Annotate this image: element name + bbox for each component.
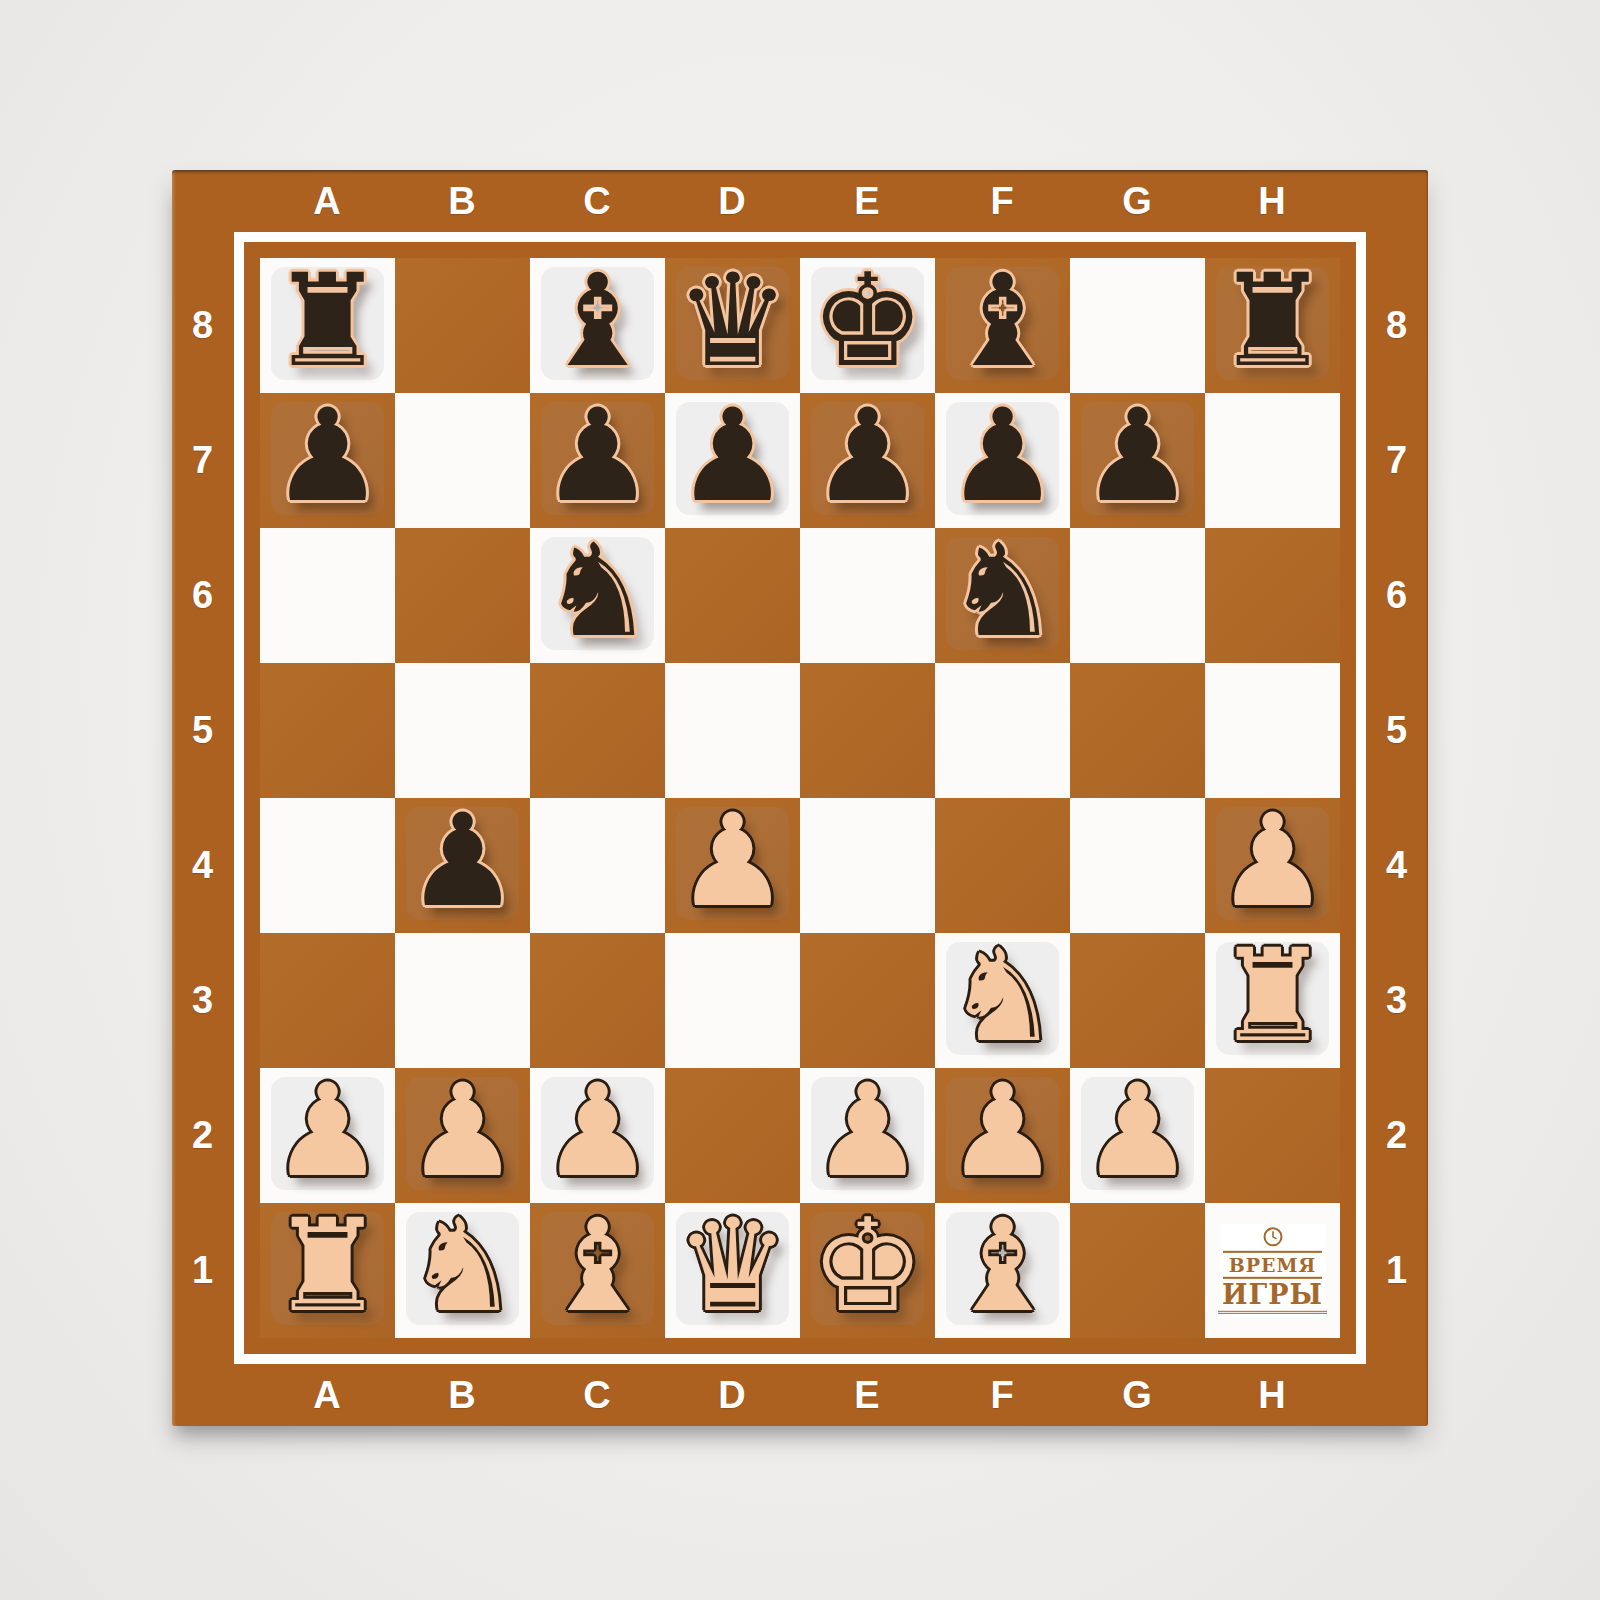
coordinate-label-c: C — [530, 170, 665, 232]
square-g1[interactable] — [1070, 1203, 1205, 1338]
black-bishop-f8[interactable]: ♝ — [935, 255, 1070, 390]
coordinate-label-2: 2 — [172, 1068, 234, 1203]
square-b8[interactable] — [395, 258, 530, 393]
brand-line1: ВРЕМЯ — [1223, 1250, 1323, 1278]
square-c2[interactable]: ♟ — [530, 1068, 665, 1203]
white-queen-d1[interactable]: ♛ — [665, 1200, 800, 1335]
square-c3[interactable] — [530, 933, 665, 1068]
square-d2[interactable] — [665, 1068, 800, 1203]
white-knight-b1[interactable]: ♞ — [395, 1200, 530, 1335]
square-e4[interactable] — [800, 798, 935, 933]
coordinate-label-6: 6 — [1366, 528, 1428, 663]
square-e2[interactable]: ♟ — [800, 1068, 935, 1203]
demonstration-chess-board: ABCDEFGH ABCDEFGH 87654321 87654321 ♜♝♛♚… — [172, 170, 1428, 1426]
rank-labels-left: 87654321 — [172, 258, 234, 1338]
white-pawn-d4[interactable]: ♟ — [665, 795, 800, 930]
square-f2[interactable]: ♟ — [935, 1068, 1070, 1203]
coordinate-label-7: 7 — [1366, 393, 1428, 528]
square-a8[interactable]: ♜ — [260, 258, 395, 393]
black-queen-d8[interactable]: ♛ — [665, 255, 800, 390]
black-pawn-b4[interactable]: ♟ — [395, 795, 530, 930]
white-knight-f3[interactable]: ♞ — [935, 930, 1070, 1065]
square-e1[interactable]: ♚ — [800, 1203, 935, 1338]
black-pawn-d7[interactable]: ♟ — [665, 390, 800, 525]
black-pawn-a7[interactable]: ♟ — [260, 390, 395, 525]
file-labels-bottom: ABCDEFGH — [260, 1364, 1340, 1426]
square-d7[interactable]: ♟ — [665, 393, 800, 528]
black-pawn-e7[interactable]: ♟ — [800, 390, 935, 525]
black-rook-h8[interactable]: ♜ — [1205, 255, 1340, 390]
square-c5[interactable] — [530, 663, 665, 798]
white-pawn-a2[interactable]: ♟ — [260, 1065, 395, 1200]
coordinate-label-4: 4 — [1366, 798, 1428, 933]
square-e5[interactable] — [800, 663, 935, 798]
square-h8[interactable]: ♜ — [1205, 258, 1340, 393]
square-h2[interactable] — [1205, 1068, 1340, 1203]
black-pawn-c7[interactable]: ♟ — [530, 390, 665, 525]
coordinate-label-b: B — [395, 170, 530, 232]
coordinate-label-5: 5 — [172, 663, 234, 798]
coordinate-label-6: 6 — [172, 528, 234, 663]
file-labels-top: ABCDEFGH — [260, 170, 1340, 232]
rank-labels-right: 87654321 — [1366, 258, 1428, 1338]
brand-logo: ВРЕМЯ ИГРЫ — [1220, 1223, 1326, 1317]
coordinate-label-3: 3 — [172, 933, 234, 1068]
square-b5[interactable] — [395, 663, 530, 798]
square-f6[interactable]: ♞ — [935, 528, 1070, 663]
coordinate-label-c: C — [530, 1364, 665, 1426]
square-h5[interactable] — [1205, 663, 1340, 798]
black-bishop-c8[interactable]: ♝ — [530, 255, 665, 390]
square-g2[interactable]: ♟ — [1070, 1068, 1205, 1203]
coordinate-label-7: 7 — [172, 393, 234, 528]
square-e3[interactable] — [800, 933, 935, 1068]
square-e6[interactable] — [800, 528, 935, 663]
square-f1[interactable]: ♝ — [935, 1203, 1070, 1338]
coordinate-label-8: 8 — [1366, 258, 1428, 393]
white-pawn-e2[interactable]: ♟ — [800, 1065, 935, 1200]
square-h1[interactable]: ВРЕМЯ ИГРЫ — [1205, 1203, 1340, 1338]
coordinate-label-d: D — [665, 1364, 800, 1426]
white-pawn-g2[interactable]: ♟ — [1070, 1065, 1205, 1200]
coordinate-label-a: A — [260, 1364, 395, 1426]
square-g4[interactable] — [1070, 798, 1205, 933]
square-a5[interactable] — [260, 663, 395, 798]
black-pawn-g7[interactable]: ♟ — [1070, 390, 1205, 525]
coordinate-label-f: F — [935, 1364, 1070, 1426]
square-a7[interactable]: ♟ — [260, 393, 395, 528]
white-king-e1[interactable]: ♚ — [800, 1200, 935, 1335]
coordinate-label-a: A — [260, 170, 395, 232]
white-pawn-c2[interactable]: ♟ — [530, 1065, 665, 1200]
square-h3[interactable]: ♜ — [1205, 933, 1340, 1068]
square-a2[interactable]: ♟ — [260, 1068, 395, 1203]
square-f3[interactable]: ♞ — [935, 933, 1070, 1068]
square-e8[interactable]: ♚ — [800, 258, 935, 393]
board-grid: ♜♝♛♚♝♜♟♟♟♟♟♟♞♞♟♟♟♞♜♟♟♟♟♟♟♜♞♝♛♚♝ ВРЕМЯ ИГ… — [260, 258, 1340, 1338]
square-c7[interactable]: ♟ — [530, 393, 665, 528]
square-d5[interactable] — [665, 663, 800, 798]
coordinate-label-2: 2 — [1366, 1068, 1428, 1203]
square-b7[interactable] — [395, 393, 530, 528]
square-d4[interactable]: ♟ — [665, 798, 800, 933]
coordinate-label-d: D — [665, 170, 800, 232]
coordinate-label-e: E — [800, 170, 935, 232]
square-h6[interactable] — [1205, 528, 1340, 663]
square-f5[interactable] — [935, 663, 1070, 798]
square-h7[interactable] — [1205, 393, 1340, 528]
white-pawn-h4[interactable]: ♟ — [1205, 795, 1340, 930]
square-h4[interactable]: ♟ — [1205, 798, 1340, 933]
coordinate-label-e: E — [800, 1364, 935, 1426]
coordinate-label-4: 4 — [172, 798, 234, 933]
square-c4[interactable] — [530, 798, 665, 933]
square-a4[interactable] — [260, 798, 395, 933]
square-g5[interactable] — [1070, 663, 1205, 798]
square-d3[interactable] — [665, 933, 800, 1068]
brand-line2: ИГРЫ — [1218, 1280, 1327, 1313]
square-g8[interactable] — [1070, 258, 1205, 393]
square-b2[interactable]: ♟ — [395, 1068, 530, 1203]
square-f7[interactable]: ♟ — [935, 393, 1070, 528]
square-g6[interactable] — [1070, 528, 1205, 663]
white-pawn-f2[interactable]: ♟ — [935, 1065, 1070, 1200]
square-a6[interactable] — [260, 528, 395, 663]
square-d8[interactable]: ♛ — [665, 258, 800, 393]
coordinate-label-f: F — [935, 170, 1070, 232]
coordinate-label-h: H — [1205, 1364, 1340, 1426]
black-knight-f6[interactable]: ♞ — [935, 525, 1070, 660]
coordinate-label-3: 3 — [1366, 933, 1428, 1068]
black-king-e8[interactable]: ♚ — [800, 255, 935, 390]
square-b6[interactable] — [395, 528, 530, 663]
white-rook-a1[interactable]: ♜ — [260, 1200, 395, 1335]
square-f8[interactable]: ♝ — [935, 258, 1070, 393]
square-b3[interactable] — [395, 933, 530, 1068]
square-b4[interactable]: ♟ — [395, 798, 530, 933]
black-rook-a8[interactable]: ♜ — [260, 255, 395, 390]
square-d6[interactable] — [665, 528, 800, 663]
square-g7[interactable]: ♟ — [1070, 393, 1205, 528]
coordinate-label-g: G — [1070, 1364, 1205, 1426]
coordinate-label-1: 1 — [1366, 1203, 1428, 1338]
square-a1[interactable]: ♜ — [260, 1203, 395, 1338]
photo-background: ABCDEFGH ABCDEFGH 87654321 87654321 ♜♝♛♚… — [0, 0, 1600, 1600]
coordinate-label-b: B — [395, 1364, 530, 1426]
white-pawn-b2[interactable]: ♟ — [395, 1065, 530, 1200]
coordinate-label-g: G — [1070, 170, 1205, 232]
square-a3[interactable] — [260, 933, 395, 1068]
white-rook-h3[interactable]: ♜ — [1205, 930, 1340, 1065]
black-pawn-f7[interactable]: ♟ — [935, 390, 1070, 525]
square-c8[interactable]: ♝ — [530, 258, 665, 393]
coordinate-label-8: 8 — [172, 258, 234, 393]
white-bishop-f1[interactable]: ♝ — [935, 1200, 1070, 1335]
coordinate-label-5: 5 — [1366, 663, 1428, 798]
square-e7[interactable]: ♟ — [800, 393, 935, 528]
black-knight-c6[interactable]: ♞ — [530, 525, 665, 660]
square-d1[interactable]: ♛ — [665, 1203, 800, 1338]
square-c1[interactable]: ♝ — [530, 1203, 665, 1338]
square-b1[interactable]: ♞ — [395, 1203, 530, 1338]
white-bishop-c1[interactable]: ♝ — [530, 1200, 665, 1335]
coordinate-label-1: 1 — [172, 1203, 234, 1338]
square-c6[interactable]: ♞ — [530, 528, 665, 663]
clock-icon — [1262, 1225, 1284, 1251]
coordinate-label-h: H — [1205, 170, 1340, 232]
square-g3[interactable] — [1070, 933, 1205, 1068]
square-f4[interactable] — [935, 798, 1070, 933]
